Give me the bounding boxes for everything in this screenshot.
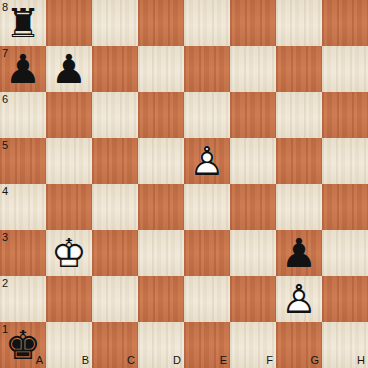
square-e2[interactable] [184,276,230,322]
square-b8[interactable] [46,0,92,46]
square-g4[interactable] [276,184,322,230]
white-pawn-outline: ♙ [276,276,322,322]
square-d4[interactable] [138,184,184,230]
square-f1[interactable]: F [230,322,276,368]
square-h3[interactable] [322,230,368,276]
black-king[interactable]: ♚ [0,322,46,368]
square-h6[interactable] [322,92,368,138]
square-b5[interactable] [46,138,92,184]
file-label-c: C [127,355,135,366]
file-label-b: B [82,355,89,366]
square-c5[interactable] [92,138,138,184]
square-b2[interactable] [46,276,92,322]
square-g3[interactable]: ♟ [276,230,322,276]
square-c7[interactable] [92,46,138,92]
white-king[interactable]: ♚♔ [46,230,92,276]
square-h2[interactable] [322,276,368,322]
square-a5[interactable]: 5 [0,138,46,184]
square-g8[interactable] [276,0,322,46]
square-f7[interactable] [230,46,276,92]
square-e3[interactable] [184,230,230,276]
white-king-outline: ♔ [46,230,92,276]
white-pawn[interactable]: ♟♙ [276,276,322,322]
square-f5[interactable] [230,138,276,184]
square-d1[interactable]: D [138,322,184,368]
file-label-e: E [220,355,227,366]
square-d5[interactable] [138,138,184,184]
square-a2[interactable]: 2 [0,276,46,322]
square-a7[interactable]: 7♟ [0,46,46,92]
square-f2[interactable] [230,276,276,322]
square-h1[interactable]: H [322,322,368,368]
square-h4[interactable] [322,184,368,230]
square-c3[interactable] [92,230,138,276]
square-d3[interactable] [138,230,184,276]
square-c2[interactable] [92,276,138,322]
square-a3[interactable]: 3 [0,230,46,276]
square-g2[interactable]: ♟♙ [276,276,322,322]
square-a4[interactable]: 4 [0,184,46,230]
rank-label-5: 5 [2,140,8,151]
square-d6[interactable] [138,92,184,138]
square-g1[interactable]: G [276,322,322,368]
file-label-h: H [357,355,365,366]
black-rook[interactable]: ♜ [0,0,46,46]
square-b7[interactable]: ♟ [46,46,92,92]
file-label-d: D [173,355,181,366]
square-e6[interactable] [184,92,230,138]
square-e4[interactable] [184,184,230,230]
square-e1[interactable]: E [184,322,230,368]
square-f3[interactable] [230,230,276,276]
black-pawn[interactable]: ♟ [0,46,46,92]
black-pawn[interactable]: ♟ [276,230,322,276]
file-label-f: F [266,355,273,366]
rank-label-6: 6 [2,94,8,105]
white-pawn-outline: ♙ [184,138,230,184]
square-h7[interactable] [322,46,368,92]
black-pawn[interactable]: ♟ [46,46,92,92]
square-h8[interactable] [322,0,368,46]
file-label-g: G [310,355,319,366]
square-e8[interactable] [184,0,230,46]
square-b6[interactable] [46,92,92,138]
square-c8[interactable] [92,0,138,46]
square-f8[interactable] [230,0,276,46]
square-g7[interactable] [276,46,322,92]
square-b3[interactable]: ♚♔ [46,230,92,276]
square-b1[interactable]: B [46,322,92,368]
square-c6[interactable] [92,92,138,138]
rank-label-4: 4 [2,186,8,197]
square-g5[interactable] [276,138,322,184]
square-d8[interactable] [138,0,184,46]
white-pawn[interactable]: ♟♙ [184,138,230,184]
square-f4[interactable] [230,184,276,230]
square-e7[interactable] [184,46,230,92]
square-a8[interactable]: 8♜ [0,0,46,46]
square-a6[interactable]: 6 [0,92,46,138]
square-c1[interactable]: C [92,322,138,368]
square-f6[interactable] [230,92,276,138]
square-h5[interactable] [322,138,368,184]
square-b4[interactable] [46,184,92,230]
square-d2[interactable] [138,276,184,322]
rank-label-2: 2 [2,278,8,289]
square-a1[interactable]: 1A♚ [0,322,46,368]
square-d7[interactable] [138,46,184,92]
square-g6[interactable] [276,92,322,138]
square-e5[interactable]: ♟♙ [184,138,230,184]
chess-board: 8♜7♟♟65♟♙43♚♔♟2♟♙1A♚BCDEFGH [0,0,368,368]
square-c4[interactable] [92,184,138,230]
rank-label-3: 3 [2,232,8,243]
